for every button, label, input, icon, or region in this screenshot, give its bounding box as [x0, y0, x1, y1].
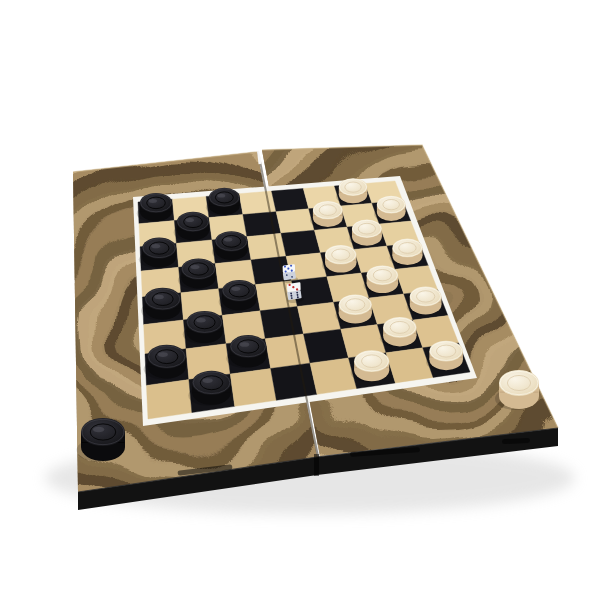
board-square[interactable] [304, 329, 349, 363]
board-square[interactable] [260, 306, 303, 338]
hinge-gap-highlight [258, 146, 260, 164]
board-square[interactable] [297, 302, 340, 334]
board-square[interactable] [272, 188, 309, 211]
board-square[interactable] [243, 212, 281, 237]
board-square[interactable] [310, 358, 357, 394]
board-square[interactable] [146, 380, 191, 419]
board-square[interactable] [230, 368, 276, 406]
checkers-board-photo [0, 0, 600, 600]
board-square[interactable] [265, 334, 310, 369]
board-square[interactable] [276, 209, 314, 234]
board-square[interactable] [247, 233, 286, 260]
board-square[interactable] [281, 230, 320, 256]
product-photo-scene [0, 0, 600, 600]
hinge-gap [314, 454, 319, 476]
board-square[interactable] [271, 363, 317, 400]
